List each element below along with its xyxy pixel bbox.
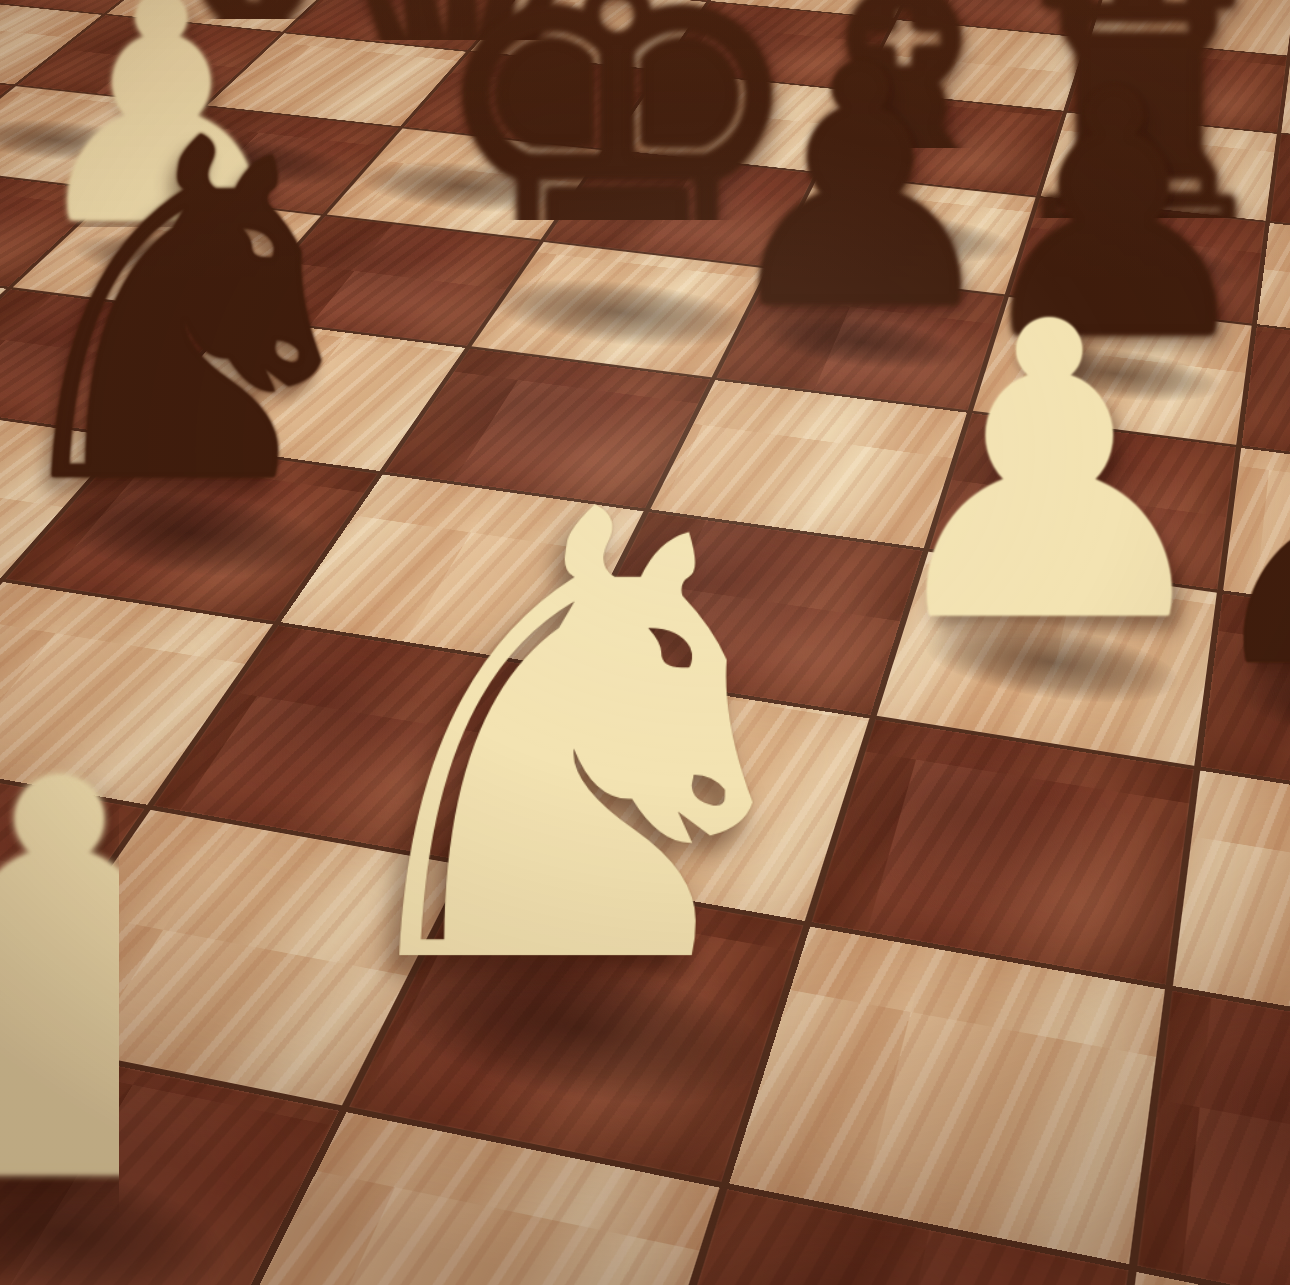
piece-shadow (470, 268, 764, 358)
white-pawn: ♟ (877, 551, 1217, 765)
piece-shadow (788, 203, 1020, 271)
board-scene: ♜♝♛♝♜♟♚♟♟♞♟♟♞♟ (0, 0, 1290, 1285)
square-e5 (570, 512, 922, 715)
square-f6 (929, 413, 1235, 589)
square-g3 (1137, 990, 1290, 1285)
square-f5: ♟ (877, 551, 1217, 765)
piece-shadow (916, 610, 1183, 716)
square-f7: ♟ (973, 297, 1252, 445)
piece-shadow (0, 113, 161, 168)
piece-shadow (141, 133, 369, 194)
piece-shadow (367, 934, 785, 1130)
black-pawn: ♟ (973, 297, 1252, 445)
chess-board: ♜♝♛♝♜♟♚♟♟♞♟♟♞♟ (0, 0, 1290, 1285)
piece-shadow (25, 478, 351, 591)
piece-shadow (1030, 230, 1248, 297)
piece-shadow (340, 153, 585, 220)
chess-set-photo: ♜♝♛♝♜♟♚♟♟♞♟♟♞♟ (0, 0, 1290, 1285)
piece-shadow (56, 226, 271, 287)
piece-shadow (751, 308, 970, 378)
piece-shadow (1234, 655, 1290, 767)
piece-shadow (1004, 338, 1225, 411)
piece-shadow (0, 1143, 253, 1285)
